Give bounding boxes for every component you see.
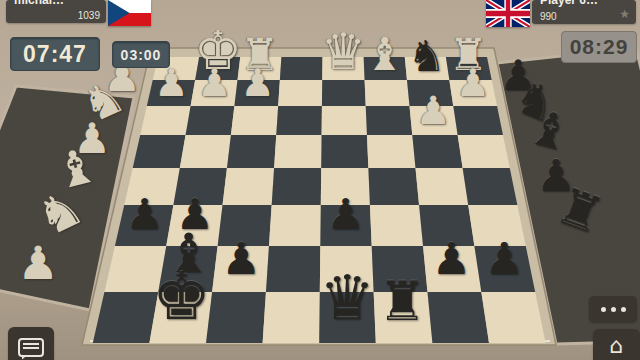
square-g4[interactable] [180, 135, 231, 168]
square-b8[interactable] [427, 292, 489, 343]
square-a5[interactable] [463, 168, 518, 205]
ellipsis-icon [601, 307, 626, 312]
square-h3[interactable] [140, 106, 190, 135]
home-icon: ⌂ [610, 335, 624, 357]
piece-black-pawn-f7[interactable]: ♟ [219, 237, 263, 281]
captured-white-pawn: ♟ [15, 240, 61, 286]
square-f5[interactable] [223, 168, 275, 205]
square-b5[interactable] [415, 168, 468, 205]
player-right-name: Player 6… [540, 0, 598, 7]
square-f3[interactable] [231, 106, 278, 135]
piece-black-pawn-a7[interactable]: ♟ [482, 237, 526, 281]
player-left-panel: michal… 1039 [6, 0, 106, 23]
chat-bubble-icon [18, 338, 44, 357]
square-e7[interactable] [266, 246, 320, 292]
player-right-panel: Player 6… 990 ★ [532, 0, 636, 24]
piece-white-pawn-f2[interactable]: ♟ [238, 64, 276, 102]
square-d3[interactable] [322, 106, 367, 135]
star-icon: ★ [619, 7, 630, 21]
piece-white-pawn-h2[interactable]: ♟ [152, 64, 190, 102]
square-a4[interactable] [458, 135, 510, 168]
clock-right-main: 08:29 [561, 31, 637, 63]
square-d2[interactable] [322, 80, 366, 106]
piece-black-queen-d8[interactable]: ♛ [316, 268, 378, 330]
square-f8[interactable] [206, 292, 266, 343]
piece-black-pawn-b7[interactable]: ♟ [430, 237, 474, 281]
square-e8[interactable] [263, 292, 320, 343]
piece-white-pawn-b3[interactable]: ♟ [414, 91, 453, 130]
square-a3[interactable] [453, 106, 503, 135]
square-e2[interactable] [278, 80, 322, 106]
piece-white-queen-d1[interactable]: ♛ [318, 27, 368, 77]
home-button[interactable]: ⌂ [593, 329, 640, 360]
square-e6[interactable] [269, 205, 321, 246]
square-h4[interactable] [133, 135, 186, 168]
piece-white-bishop-c1[interactable]: ♝ [362, 32, 408, 78]
clock-left-secondary: 03:00 [112, 41, 170, 68]
piece-white-pawn-a2[interactable]: ♟ [454, 64, 492, 102]
player-right-rating: 990 [540, 11, 557, 22]
square-e4[interactable] [274, 135, 322, 168]
piece-black-king-g8[interactable]: ♚ [149, 264, 215, 330]
piece-black-pawn-h6[interactable]: ♟ [123, 194, 166, 237]
uk-flag-icon [486, 0, 530, 27]
more-options-button[interactable] [589, 296, 637, 322]
piece-black-knight-b1[interactable]: ♞ [405, 35, 448, 78]
square-g3[interactable] [186, 106, 235, 135]
clock-left-main: 07:47 [10, 37, 100, 71]
game-screen: ♚♜♛♝♞♜♟♟♟♟♟♟♟♟♟♝♟♟♚♛♜♟♞♟♝♞♟♟♞♝♟♜ michal…… [0, 0, 640, 360]
square-c5[interactable] [368, 168, 419, 205]
piece-black-rook-c8[interactable]: ♜ [375, 275, 429, 329]
square-d4[interactable] [321, 135, 368, 168]
piece-black-pawn-d6[interactable]: ♟ [324, 194, 367, 237]
czech-flag-icon [108, 0, 151, 26]
square-a8[interactable] [481, 292, 545, 343]
square-c2[interactable] [365, 80, 410, 106]
square-e1[interactable] [280, 57, 323, 80]
square-e3[interactable] [276, 106, 322, 135]
square-f4[interactable] [227, 135, 276, 168]
piece-white-pawn-g2[interactable]: ♟ [195, 64, 233, 102]
chat-button[interactable] [8, 327, 54, 360]
square-b4[interactable] [412, 135, 462, 168]
player-left-name: michal… [14, 0, 64, 7]
player-left-rating: 1039 [78, 10, 100, 21]
square-c6[interactable] [370, 205, 423, 246]
square-e5[interactable] [272, 168, 322, 205]
square-c4[interactable] [367, 135, 416, 168]
square-c3[interactable] [366, 106, 413, 135]
